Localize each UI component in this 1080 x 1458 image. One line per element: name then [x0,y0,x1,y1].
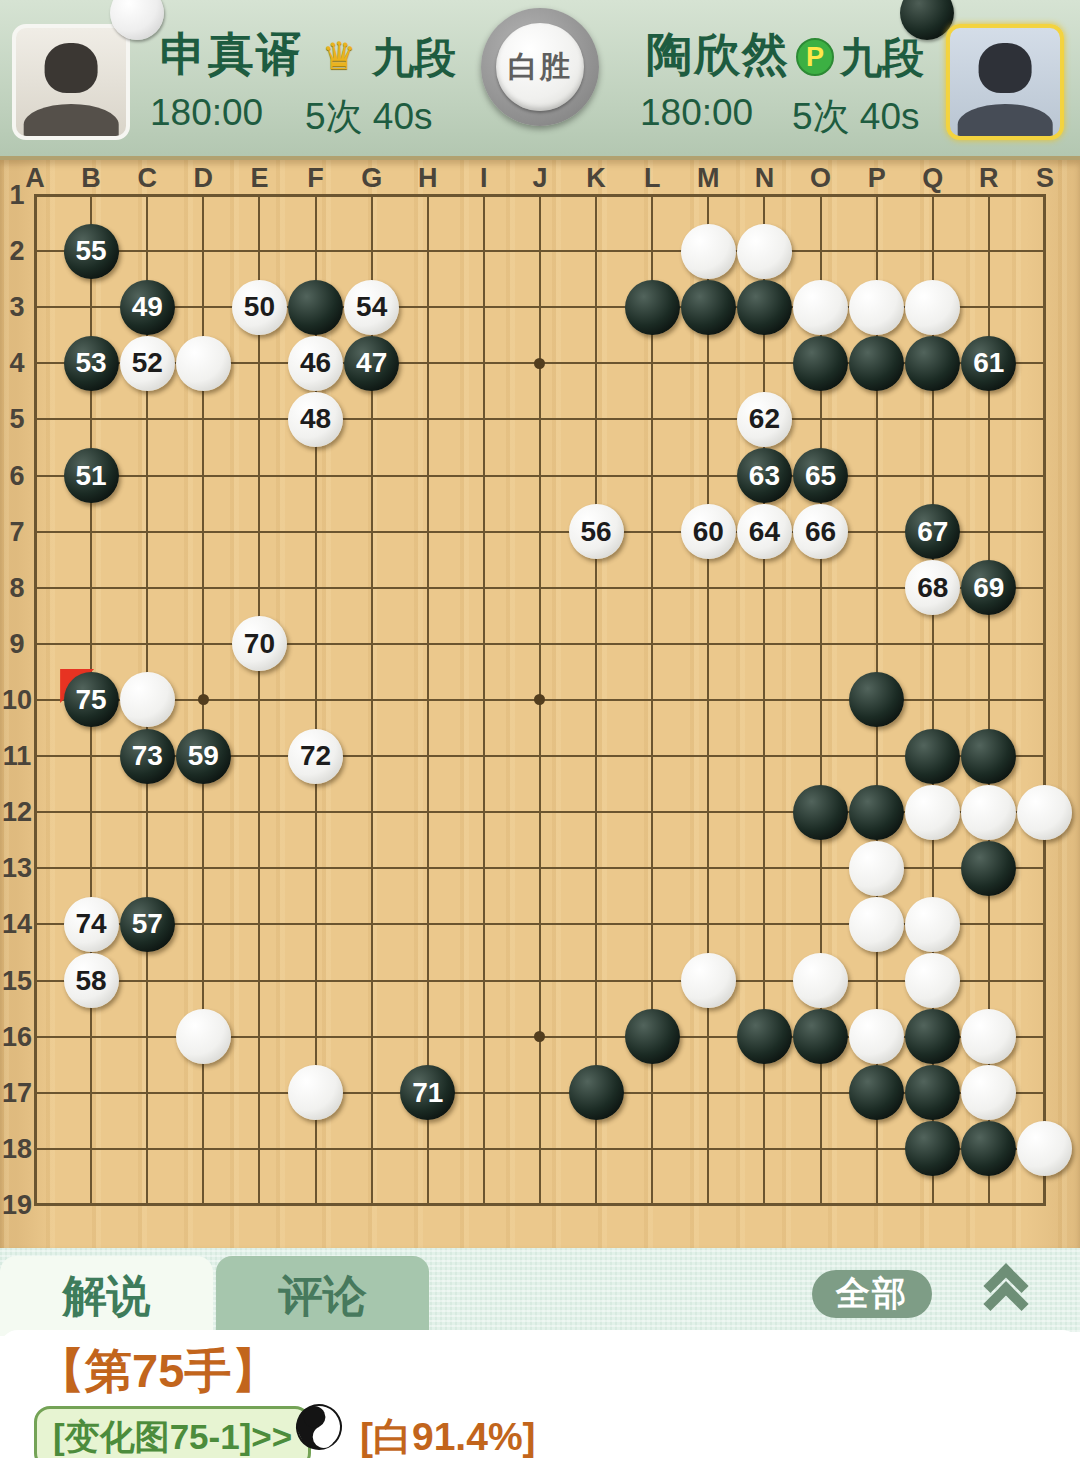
stone-white-52-C4: 52 [120,336,175,391]
col-label-C: C [133,163,161,194]
col-label-M: M [694,163,722,194]
stone-black-L16 [625,1009,680,1064]
stone-white-70-E9: 70 [232,616,287,671]
stone-black-P12 [849,785,904,840]
col-label-D: D [189,163,217,194]
stone-white-Q15 [905,953,960,1008]
left-player-main-time: 180:00 [150,92,263,134]
result-button[interactable]: 白胜 [481,8,599,126]
stone-white-Q14 [905,897,960,952]
game-header: 申真谞 ♛ 九段 180:00 5次 40s 白胜 陶欣然 P 九段 180:0… [0,0,1080,160]
stone-white-Q12 [905,785,960,840]
stone-white-M2 [681,224,736,279]
row-label-7: 7 [1,517,33,548]
stone-white-74-B14: 74 [64,897,119,952]
col-label-E: E [245,163,273,194]
stone-black-67-Q7: 67 [905,504,960,559]
row-label-10: 10 [1,685,33,716]
stone-black-O16 [793,1009,848,1064]
stone-white-O15 [793,953,848,1008]
stone-white-58-B15: 58 [64,953,119,1008]
stone-black-Q16 [905,1009,960,1064]
stone-white-50-E3: 50 [232,280,287,335]
stone-white-P16 [849,1009,904,1064]
star-point-J10 [534,694,545,705]
col-label-B: B [77,163,105,194]
stone-black-63-N6: 63 [737,448,792,503]
stone-black-N3 [737,280,792,335]
col-label-N: N [750,163,778,194]
stone-black-Q18 [905,1121,960,1176]
stone-white-P3 [849,280,904,335]
row-label-5: 5 [1,404,33,435]
stone-black-R11 [961,729,1016,784]
all-moves-button[interactable]: 全部 [812,1270,932,1318]
col-label-R: R [975,163,1003,194]
collapse-up-icon[interactable] [982,1266,1038,1322]
stone-white-P14 [849,897,904,952]
stone-black-69-R8: 69 [961,560,1016,615]
stone-black-R18 [961,1121,1016,1176]
stone-white-S18 [1017,1121,1072,1176]
stone-black-K17 [569,1065,624,1120]
bottom-tab-bar: 解说 评论 全部 [0,1248,1080,1332]
row-label-13: 13 [1,853,33,884]
stone-black-M3 [681,280,736,335]
stone-black-71-H17: 71 [400,1065,455,1120]
stone-white-62-N5: 62 [737,392,792,447]
avatar-silhouette-torso [24,104,119,140]
row-label-17: 17 [1,1078,33,1109]
avatar-silhouette-head [45,43,98,93]
col-label-F: F [302,163,330,194]
stone-black-O4 [793,336,848,391]
grid-line-v [1043,194,1046,1207]
stone-black-Q4 [905,336,960,391]
stone-black-L3 [625,280,680,335]
stone-white-P13 [849,841,904,896]
grid-line-h [34,980,1047,982]
row-label-4: 4 [1,348,33,379]
app-screen: 申真谞 ♛ 九段 180:00 5次 40s 白胜 陶欣然 P 九段 180:0… [0,0,1080,1458]
stone-black-59-D11: 59 [176,729,231,784]
star-point-J4 [534,358,545,369]
row-label-15: 15 [1,966,33,997]
stone-black-57-C14: 57 [120,897,175,952]
row-label-2: 2 [1,236,33,267]
stone-black-51-B6: 51 [64,448,119,503]
col-label-H: H [414,163,442,194]
row-label-11: 11 [1,741,33,772]
grid-line-h [34,1148,1047,1150]
stone-white-46-F4: 46 [288,336,343,391]
col-label-Q: Q [919,163,947,194]
stone-white-48-F5: 48 [288,392,343,447]
stone-white-O3 [793,280,848,335]
row-label-18: 18 [1,1134,33,1165]
stone-black-47-G4: 47 [344,336,399,391]
stone-black-P4 [849,336,904,391]
avatar-silhouette-head [979,43,1032,93]
stone-white-72-F11: 72 [288,729,343,784]
stone-white-68-Q8: 68 [905,560,960,615]
stone-white-60-M7: 60 [681,504,736,559]
stone-black-P10 [849,672,904,727]
stone-black-R13 [961,841,1016,896]
left-player-rank: 九段 [372,30,456,86]
avatar-silhouette-torso [958,104,1053,140]
stone-white-R12 [961,785,1016,840]
star-point-J16 [534,1031,545,1042]
col-label-K: K [582,163,610,194]
stone-white-D16 [176,1009,231,1064]
row-label-19: 19 [1,1190,33,1221]
left-player-avatar[interactable] [12,24,130,140]
stone-white-S12 [1017,785,1072,840]
stone-black-55-B2: 55 [64,224,119,279]
stone-black-Q17 [905,1065,960,1120]
stone-white-R17 [961,1065,1016,1120]
grid-line-v [707,194,709,1207]
stone-black-49-C3: 49 [120,280,175,335]
col-label-O: O [807,163,835,194]
right-player-main-time: 180:00 [640,92,753,134]
stone-white-N2 [737,224,792,279]
stone-white-D4 [176,336,231,391]
stone-black-Q11 [905,729,960,784]
stone-black-F3 [288,280,343,335]
stone-black-53-B4: 53 [64,336,119,391]
grid-line-v [595,194,597,1207]
stone-white-64-N7: 64 [737,504,792,559]
right-player-byoyomi: 5次 40s [792,92,920,142]
stone-black-73-C11: 73 [120,729,175,784]
commentary-panel: 【第75手】 [变化图75-1]>> [白91.4%] [0,1330,1080,1458]
col-label-G: G [358,163,386,194]
right-player-name: 陶欣然 [646,24,790,86]
row-label-6: 6 [1,461,33,492]
col-label-J: J [526,163,554,194]
go-board[interactable]: ABCDEFGHIJKLMNOPQRS123456789101112131415… [0,160,1080,1248]
row-label-1: 1 [1,180,33,211]
right-player-avatar[interactable] [946,24,1064,140]
stone-black-75-B10: 75 [64,672,119,727]
stone-black-P17 [849,1065,904,1120]
col-label-S: S [1031,163,1059,194]
stone-white-C10 [120,672,175,727]
stone-black-O12 [793,785,848,840]
left-player-byoyomi: 5次 40s [305,92,433,142]
grid-line-h [34,1203,1047,1206]
tab-commentary[interactable]: 解说 [0,1256,213,1336]
row-label-16: 16 [1,1022,33,1053]
left-player-name: 申真谞 [160,24,304,86]
stone-white-R16 [961,1009,1016,1064]
row-label-12: 12 [1,797,33,828]
col-label-I: I [470,163,498,194]
col-label-L: L [638,163,666,194]
result-button-label: 白胜 [496,23,584,111]
stone-white-Q3 [905,280,960,335]
row-label-8: 8 [1,573,33,604]
p-badge-icon: P [796,38,834,76]
row-label-3: 3 [1,292,33,323]
stone-white-M15 [681,953,736,1008]
stone-white-66-O7: 66 [793,504,848,559]
tab-comments[interactable]: 评论 [216,1256,429,1336]
white-winrate-label: [白91.4%] [360,1410,536,1458]
stone-black-65-O6: 65 [793,448,848,503]
col-label-P: P [863,163,891,194]
row-label-9: 9 [1,629,33,660]
stone-white-F17 [288,1065,343,1120]
stone-white-56-K7: 56 [569,504,624,559]
star-point-D10 [198,694,209,705]
move-number-title: 【第75手】 [38,1340,278,1403]
variation-diagram-link[interactable]: [变化图75-1]>> [34,1406,311,1458]
row-label-14: 14 [1,909,33,940]
stone-black-61-R4: 61 [961,336,1016,391]
stone-black-N16 [737,1009,792,1064]
right-player-rank: 九段 [840,30,924,86]
crown-icon: ♛ [322,34,356,78]
stone-white-54-G3: 54 [344,280,399,335]
